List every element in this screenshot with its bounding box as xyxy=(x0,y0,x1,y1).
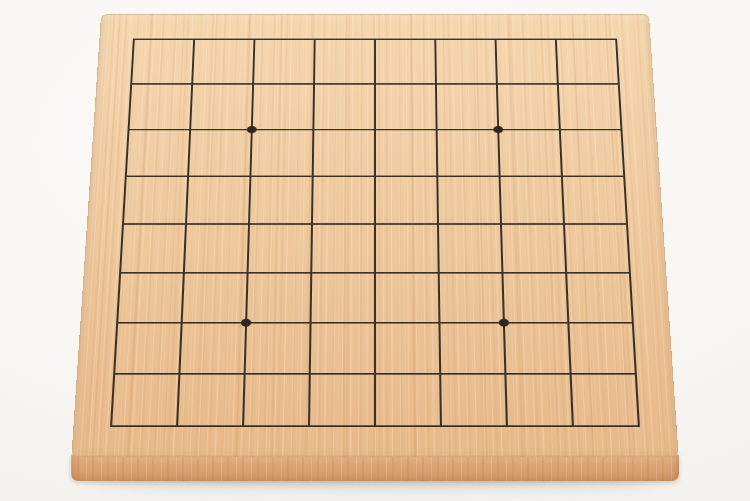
grid-cell[interactable] xyxy=(436,40,498,85)
grid-cell[interactable] xyxy=(180,324,247,375)
grid-cell[interactable] xyxy=(503,274,569,324)
grid-cell[interactable] xyxy=(376,225,440,274)
grid-cell[interactable] xyxy=(247,274,312,324)
grid-cell[interactable] xyxy=(376,85,438,131)
grid-cell[interactable] xyxy=(506,375,574,427)
grid-cell[interactable] xyxy=(178,375,246,427)
grid-cell[interactable] xyxy=(315,40,376,85)
grid-cell[interactable] xyxy=(312,225,376,274)
grid-cell[interactable] xyxy=(187,177,251,225)
grid-cell[interactable] xyxy=(185,225,250,274)
star-point-G7 xyxy=(493,126,503,133)
grid-cell[interactable] xyxy=(499,130,563,177)
grid-cell[interactable] xyxy=(569,324,636,375)
grid-cell[interactable] xyxy=(115,324,182,375)
grid-cell[interactable] xyxy=(183,274,249,324)
grid-cell[interactable] xyxy=(129,85,193,131)
grid-cell[interactable] xyxy=(498,85,561,131)
grid-cell[interactable] xyxy=(438,130,501,177)
grid-cell[interactable] xyxy=(313,177,376,225)
grid-cell[interactable] xyxy=(376,177,439,225)
grid-cell[interactable] xyxy=(565,225,631,274)
goban-grid[interactable] xyxy=(110,39,640,427)
grid-cell[interactable] xyxy=(193,40,255,85)
board-surface xyxy=(71,14,678,456)
grid-cell[interactable] xyxy=(310,375,376,427)
grid-cell[interactable] xyxy=(191,85,254,131)
grid-cell[interactable] xyxy=(189,130,253,177)
grid-cell[interactable] xyxy=(253,85,315,131)
grid-cell[interactable] xyxy=(376,375,442,427)
grid-cell[interactable] xyxy=(557,40,620,85)
grid-cell[interactable] xyxy=(439,225,503,274)
photo-scene xyxy=(0,0,750,501)
grid-cell[interactable] xyxy=(118,274,185,324)
grid-cell[interactable] xyxy=(250,177,314,225)
star-point-G3 xyxy=(499,319,509,327)
grid-cell[interactable] xyxy=(132,40,195,85)
go-board xyxy=(71,14,678,456)
grid-cell[interactable] xyxy=(440,324,506,375)
grid-cell[interactable] xyxy=(314,130,376,177)
grid-cell[interactable] xyxy=(505,324,572,375)
grid-cell[interactable] xyxy=(311,324,376,375)
grid-cell[interactable] xyxy=(497,40,559,85)
grid-cell[interactable] xyxy=(254,40,316,85)
grid-cell[interactable] xyxy=(246,324,312,375)
grid-cell[interactable] xyxy=(127,130,191,177)
grid-cell[interactable] xyxy=(376,324,441,375)
grid-cell[interactable] xyxy=(312,274,376,324)
grid-cell[interactable] xyxy=(561,130,625,177)
grid-cell[interactable] xyxy=(438,177,502,225)
grid-cell[interactable] xyxy=(112,375,180,427)
grid-cell[interactable] xyxy=(559,85,623,131)
grid-cell[interactable] xyxy=(437,85,499,131)
grid-cell[interactable] xyxy=(567,274,634,324)
grid-cell[interactable] xyxy=(440,274,505,324)
grid-cell[interactable] xyxy=(376,40,437,85)
grid-cell[interactable] xyxy=(121,225,187,274)
grid-cell[interactable] xyxy=(502,225,567,274)
grid-cell[interactable] xyxy=(249,225,313,274)
grid-cell[interactable] xyxy=(376,130,438,177)
grid-cell[interactable] xyxy=(124,177,189,225)
grid-cell[interactable] xyxy=(251,130,314,177)
grid-cell[interactable] xyxy=(501,177,565,225)
grid-cell[interactable] xyxy=(441,375,508,427)
board-side-edge xyxy=(71,454,679,481)
grid-cell[interactable] xyxy=(563,177,628,225)
grid-cell[interactable] xyxy=(244,375,311,427)
grid-cell[interactable] xyxy=(314,85,376,131)
grid-cell[interactable] xyxy=(572,375,640,427)
grid-cell[interactable] xyxy=(376,274,440,324)
